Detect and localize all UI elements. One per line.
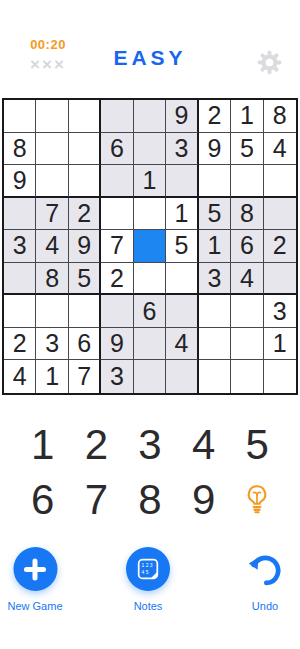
cell-r8c3[interactable]: 6	[69, 328, 101, 361]
cell-r7c4[interactable]	[101, 295, 133, 328]
cell-r6c8[interactable]: 4	[231, 263, 263, 296]
cell-r8c8[interactable]	[231, 328, 263, 361]
cell-r9c5[interactable]	[134, 360, 166, 393]
cell-r4c6[interactable]: 1	[166, 198, 198, 231]
cell-r3c5[interactable]: 1	[134, 165, 166, 198]
cell-r3c8[interactable]	[231, 165, 263, 198]
cell-r5c6[interactable]: 5	[166, 230, 198, 263]
undo-label: Undo	[252, 600, 278, 612]
cell-r2c6[interactable]: 3	[166, 133, 198, 166]
cell-r5c7[interactable]: 1	[199, 230, 231, 263]
cell-r7c3[interactable]	[69, 295, 101, 328]
cell-r2c2[interactable]	[36, 133, 68, 166]
cell-r6c1[interactable]	[4, 263, 36, 296]
cell-r5c5[interactable]	[134, 230, 166, 263]
cell-r9c9[interactable]	[264, 360, 296, 393]
cell-r3c6[interactable]	[166, 165, 198, 198]
pad-digit-4[interactable]: 4	[177, 422, 231, 468]
cell-r6c7[interactable]: 3	[199, 263, 231, 296]
cell-r7c5[interactable]: 6	[134, 295, 166, 328]
hint-button[interactable]	[230, 477, 284, 523]
cell-r7c1[interactable]	[4, 295, 36, 328]
notes-button[interactable]: 1 2 3 4 5 Notes	[126, 547, 170, 612]
cell-r9c1[interactable]: 4	[4, 360, 36, 393]
cell-r2c9[interactable]: 4	[264, 133, 296, 166]
cell-r2c5[interactable]	[134, 133, 166, 166]
svg-text:4 5: 4 5	[142, 569, 149, 575]
cell-r6c2[interactable]: 8	[36, 263, 68, 296]
cell-r8c6[interactable]: 4	[166, 328, 198, 361]
cell-r3c7[interactable]	[199, 165, 231, 198]
svg-text:1 2 3: 1 2 3	[142, 562, 153, 568]
cell-r4c7[interactable]: 5	[199, 198, 231, 231]
pad-digit-3[interactable]: 3	[123, 422, 177, 468]
cell-r3c3[interactable]	[69, 165, 101, 198]
cell-r8c4[interactable]: 9	[101, 328, 133, 361]
cell-r2c1[interactable]: 8	[4, 133, 36, 166]
cell-r3c2[interactable]	[36, 165, 68, 198]
cell-r1c6[interactable]: 9	[166, 100, 198, 133]
notes-icon: 1 2 3 4 5	[126, 547, 170, 591]
cell-r8c1[interactable]: 2	[4, 328, 36, 361]
cell-r2c7[interactable]: 9	[199, 133, 231, 166]
cell-r4c5[interactable]	[134, 198, 166, 231]
pad-digit-5[interactable]: 5	[230, 422, 284, 468]
pad-digit-8[interactable]: 8	[123, 477, 177, 523]
pad-digit-6[interactable]: 6	[16, 477, 70, 523]
cell-r9c7[interactable]	[199, 360, 231, 393]
plus-icon	[13, 547, 57, 591]
pad-digit-9[interactable]: 9	[177, 477, 231, 523]
notes-label: Notes	[134, 600, 163, 612]
settings-button[interactable]	[255, 49, 283, 77]
cell-r8c5[interactable]	[134, 328, 166, 361]
cell-r1c9[interactable]: 8	[264, 100, 296, 133]
cell-r5c2[interactable]: 4	[36, 230, 68, 263]
cell-r4c1[interactable]	[4, 198, 36, 231]
cell-r5c8[interactable]: 6	[231, 230, 263, 263]
cell-r6c4[interactable]: 2	[101, 263, 133, 296]
cell-r7c2[interactable]	[36, 295, 68, 328]
gear-icon	[256, 64, 283, 79]
new-game-button[interactable]: New Game	[7, 547, 62, 612]
cell-r7c7[interactable]	[199, 295, 231, 328]
cell-r1c2[interactable]	[36, 100, 68, 133]
cell-r1c8[interactable]: 1	[231, 100, 263, 133]
cell-r1c1[interactable]	[4, 100, 36, 133]
cell-r1c4[interactable]	[101, 100, 133, 133]
cell-r3c9[interactable]	[264, 165, 296, 198]
number-pad-row1: 12345	[16, 422, 284, 468]
pad-digit-7[interactable]: 7	[70, 477, 124, 523]
cell-r9c2[interactable]: 1	[36, 360, 68, 393]
cell-r7c9[interactable]: 3	[264, 295, 296, 328]
cell-r4c4[interactable]	[101, 198, 133, 231]
cell-r5c9[interactable]: 2	[264, 230, 296, 263]
cell-r3c1[interactable]: 9	[4, 165, 36, 198]
pad-digit-2[interactable]: 2	[70, 422, 124, 468]
cell-r4c3[interactable]: 2	[69, 198, 101, 231]
cell-r2c8[interactable]: 5	[231, 133, 263, 166]
cell-r8c7[interactable]	[199, 328, 231, 361]
cell-r5c3[interactable]: 9	[69, 230, 101, 263]
cell-r8c9[interactable]: 1	[264, 328, 296, 361]
cell-r7c6[interactable]	[166, 295, 198, 328]
cell-r9c3[interactable]: 7	[69, 360, 101, 393]
cell-r5c4[interactable]: 7	[101, 230, 133, 263]
cell-r5c1[interactable]: 3	[4, 230, 36, 263]
undo-arrow-icon	[243, 547, 287, 591]
undo-button[interactable]: Undo	[243, 547, 287, 612]
cell-r6c9[interactable]	[264, 263, 296, 296]
cell-r4c2[interactable]: 7	[36, 198, 68, 231]
cell-r2c3[interactable]	[69, 133, 101, 166]
sudoku-board: 9218863954917215834975162852346323694141…	[2, 98, 298, 395]
cell-r9c4[interactable]: 3	[101, 360, 133, 393]
cell-r4c9[interactable]	[264, 198, 296, 231]
cell-r3c4[interactable]	[101, 165, 133, 198]
new-game-label: New Game	[7, 600, 62, 612]
number-pad-row2: 6789	[16, 477, 284, 523]
cell-r4c8[interactable]: 8	[231, 198, 263, 231]
lightbulb-icon	[242, 483, 272, 518]
cell-r8c2[interactable]: 3	[36, 328, 68, 361]
cell-r7c8[interactable]	[231, 295, 263, 328]
pad-digit-1[interactable]: 1	[16, 422, 70, 468]
cell-r1c5[interactable]	[134, 100, 166, 133]
cell-r6c5[interactable]	[134, 263, 166, 296]
cell-r2c4[interactable]: 6	[101, 133, 133, 166]
cell-r6c6[interactable]	[166, 263, 198, 296]
cell-r1c3[interactable]	[69, 100, 101, 133]
cell-r9c6[interactable]	[166, 360, 198, 393]
cell-r1c7[interactable]: 2	[199, 100, 231, 133]
cell-r6c3[interactable]: 5	[69, 263, 101, 296]
cell-r9c8[interactable]	[231, 360, 263, 393]
